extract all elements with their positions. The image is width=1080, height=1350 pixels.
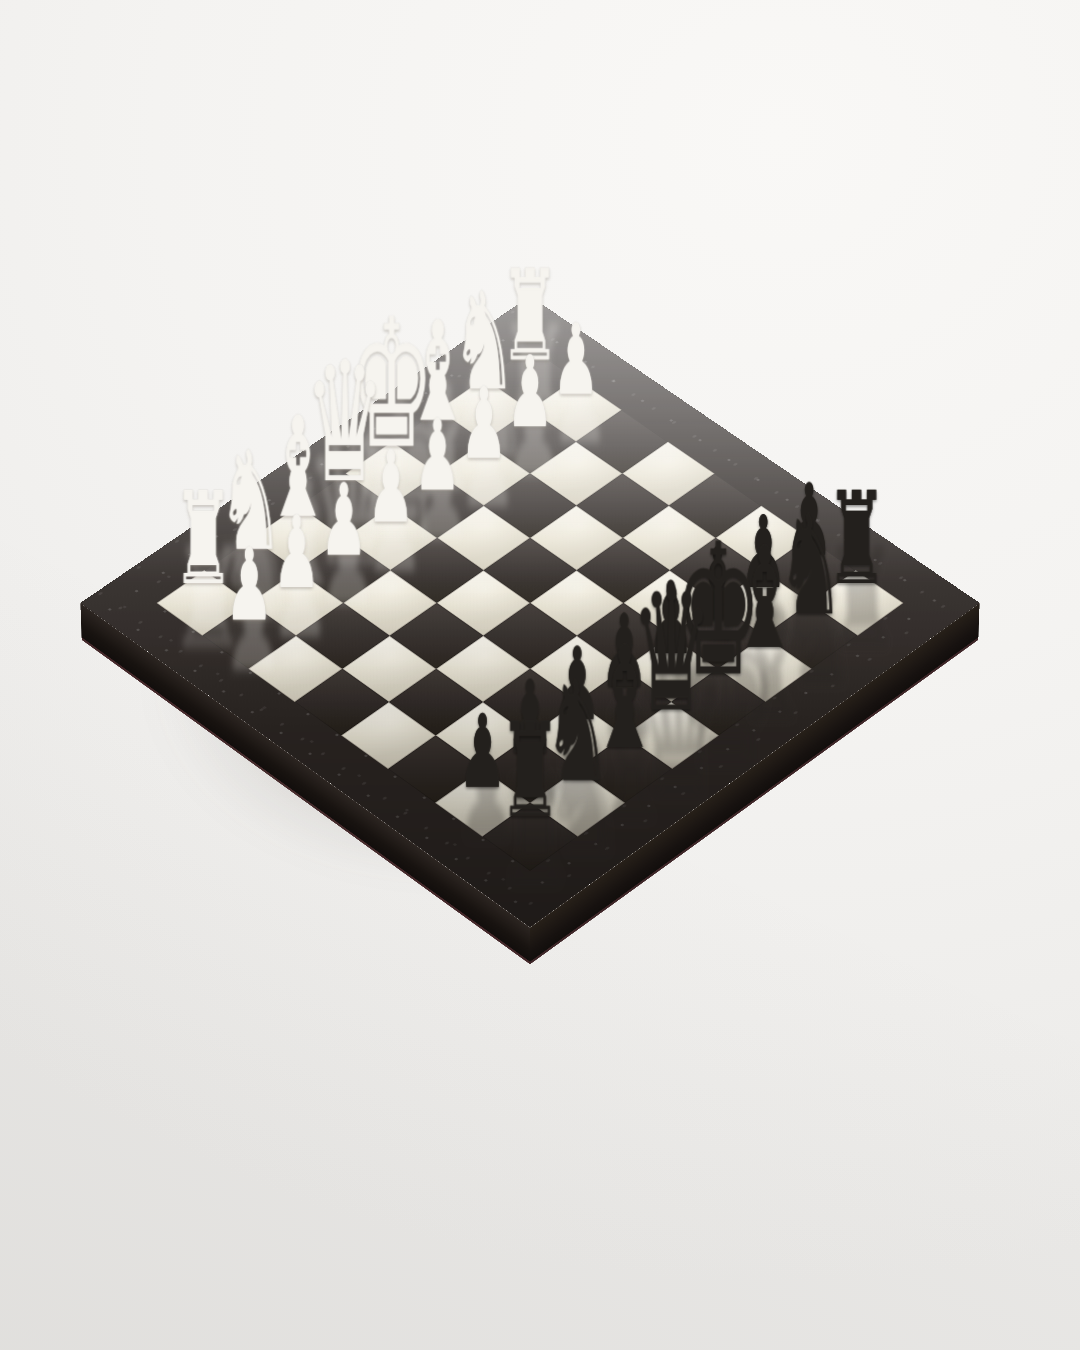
square-e4	[483, 538, 576, 603]
square-a8: ♜♜	[482, 803, 577, 871]
piece-white-pawn-h2: ♟	[552, 312, 600, 410]
piece-white-pawn-a2: ♟	[225, 536, 274, 636]
piece-white-pawn-b2: ♟	[272, 503, 320, 603]
photo-background: ♜♜♟♟♟♟♜♜♞♞♟♟♟♟♞♞♝♝♟♟♟♟♝♝♚♚♟♟♟♟♚♚♛♛♟♟♟♟♛♛…	[0, 0, 1080, 1350]
piece-white-pawn-c2: ♟	[320, 471, 368, 571]
piece-white-pawn-e2: ♟	[413, 406, 461, 505]
scene: ♜♜♟♟♟♟♜♜♞♞♟♟♟♟♞♞♝♝♟♟♟♟♝♝♚♚♟♟♟♟♚♚♛♛♟♟♟♟♛♛…	[0, 0, 1080, 1350]
chess-board: ♜♜♟♟♟♟♜♜♞♞♟♟♟♟♞♞♝♝♟♟♟♟♝♝♚♚♟♟♟♟♚♚♛♛♟♟♟♟♛♛…	[80, 296, 979, 927]
piece-white-pawn-f2: ♟	[460, 375, 508, 474]
piece-white-pawn-g2: ♟	[506, 343, 554, 442]
piece-white-pawn-d2: ♟	[367, 438, 415, 537]
piece-black-rook-a8: ♜	[498, 706, 561, 837]
